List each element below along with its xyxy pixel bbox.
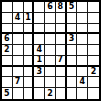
sudoku-cell-r7c4-given[interactable]: 3 (34, 67, 45, 78)
sudoku-cell-r6c8[interactable] (77, 56, 88, 67)
sudoku-cell-r3c9[interactable] (88, 24, 99, 35)
sudoku-cell-r4c6[interactable] (56, 34, 67, 45)
sudoku-cell-r9c7[interactable] (67, 88, 78, 99)
sudoku-cell-r8c6[interactable] (56, 77, 67, 88)
sudoku-cell-r1c1[interactable] (2, 2, 13, 13)
sudoku-cell-r3c2[interactable] (13, 24, 24, 35)
sudoku-cell-r2c2-given[interactable]: 4 (13, 13, 24, 24)
sudoku-cell-r7c8[interactable] (77, 67, 88, 78)
sudoku-cell-r5c3[interactable] (24, 45, 35, 56)
sudoku-cell-r6c2[interactable] (13, 56, 24, 67)
sudoku-cell-r9c8[interactable] (77, 88, 88, 99)
sudoku-cell-r4c1-given[interactable]: 6 (2, 34, 13, 45)
sudoku-cell-r8c3[interactable] (24, 77, 35, 88)
sudoku-cell-r9c9[interactable] (88, 88, 99, 99)
sudoku-cell-r3c1[interactable] (2, 24, 13, 35)
sudoku-cell-r1c4[interactable] (34, 2, 45, 13)
sudoku-cell-r1c5-given[interactable]: 6 (45, 2, 56, 13)
sudoku-cell-r1c6-given[interactable]: 8 (56, 2, 67, 13)
sudoku-cell-r6c6-given[interactable]: 7 (56, 56, 67, 67)
sudoku-cell-r7c2[interactable] (13, 67, 24, 78)
sudoku-cell-r7c7[interactable] (67, 67, 78, 78)
sudoku-cell-r1c9[interactable] (88, 2, 99, 13)
sudoku-cell-r4c3[interactable] (24, 34, 35, 45)
sudoku-cell-r3c4[interactable] (34, 24, 45, 35)
sudoku-cell-r1c8[interactable] (77, 2, 88, 13)
sudoku-cell-r5c1-given[interactable]: 2 (2, 45, 13, 56)
sudoku-cell-r7c3[interactable] (24, 67, 35, 78)
sudoku-cell-r5c5[interactable] (45, 45, 56, 56)
sudoku-cell-r6c7[interactable] (67, 56, 78, 67)
sudoku-cell-r7c5[interactable] (45, 67, 56, 78)
sudoku-cell-r1c3[interactable] (24, 2, 35, 13)
sudoku-cell-r2c6[interactable] (56, 13, 67, 24)
sudoku-cell-r3c7[interactable] (67, 24, 78, 35)
sudoku-cell-r4c5[interactable] (45, 34, 56, 45)
sudoku-cell-r4c9[interactable] (88, 34, 99, 45)
sudoku-cell-r9c3[interactable] (24, 88, 35, 99)
sudoku-cell-r6c3[interactable] (24, 56, 35, 67)
sudoku-cell-r5c6[interactable] (56, 45, 67, 56)
sudoku-cell-r5c2[interactable] (13, 45, 24, 56)
sudoku-cell-r5c7[interactable] (67, 45, 78, 56)
sudoku-cell-r2c9[interactable] (88, 13, 99, 24)
sudoku-cell-r3c3[interactable] (24, 24, 35, 35)
sudoku-cell-r8c9[interactable] (88, 77, 99, 88)
sudoku-cell-r2c5[interactable] (45, 13, 56, 24)
sudoku-cell-r9c2[interactable] (13, 88, 24, 99)
sudoku-cell-r6c4-given[interactable]: 1 (34, 56, 45, 67)
sudoku-cell-r7c9-given[interactable]: 2 (88, 67, 99, 78)
sudoku-cell-r6c5[interactable] (45, 56, 56, 67)
sudoku-cell-r9c6[interactable] (56, 88, 67, 99)
sudoku-cell-r3c8[interactable] (77, 24, 88, 35)
sudoku-cell-r7c6[interactable] (56, 67, 67, 78)
sudoku-cell-r5c8[interactable] (77, 45, 88, 56)
sudoku-cell-r1c2[interactable] (13, 2, 24, 13)
sudoku-cell-r2c8[interactable] (77, 13, 88, 24)
sudoku-cell-r5c9[interactable] (88, 45, 99, 56)
sudoku-cell-r3c6[interactable] (56, 24, 67, 35)
sudoku-cell-r8c4[interactable] (34, 77, 45, 88)
sudoku-cell-r8c2-given[interactable]: 7 (13, 77, 24, 88)
sudoku-cell-r9c1-given[interactable]: 5 (2, 88, 13, 99)
sudoku-cell-r7c1[interactable] (2, 67, 13, 78)
sudoku-cell-r8c1[interactable] (2, 77, 13, 88)
sudoku-cell-r2c1[interactable] (2, 13, 13, 24)
sudoku-cell-r8c7[interactable] (67, 77, 78, 88)
sudoku-cell-r9c5-given[interactable]: 2 (45, 88, 56, 99)
sudoku-cell-r5c4-given[interactable]: 4 (34, 45, 45, 56)
sudoku-cell-r6c9[interactable] (88, 56, 99, 67)
sudoku-cell-r4c8[interactable] (77, 34, 88, 45)
sudoku-board: 68541632417327452 (0, 0, 101, 101)
sudoku-cell-r6c1[interactable] (2, 56, 13, 67)
sudoku-cell-r8c5[interactable] (45, 77, 56, 88)
sudoku-cell-r2c3-given[interactable]: 1 (24, 13, 35, 24)
sudoku-cell-r3c5[interactable] (45, 24, 56, 35)
sudoku-cell-r2c7[interactable] (67, 13, 78, 24)
sudoku-cell-r4c2[interactable] (13, 34, 24, 45)
sudoku-cell-r8c8-given[interactable]: 4 (77, 77, 88, 88)
sudoku-cell-r4c4[interactable] (34, 34, 45, 45)
sudoku-cell-r2c4[interactable] (34, 13, 45, 24)
sudoku-cell-r4c7-given[interactable]: 3 (67, 34, 78, 45)
sudoku-cell-r1c7-given[interactable]: 5 (67, 2, 78, 13)
sudoku-cell-r9c4[interactable] (34, 88, 45, 99)
